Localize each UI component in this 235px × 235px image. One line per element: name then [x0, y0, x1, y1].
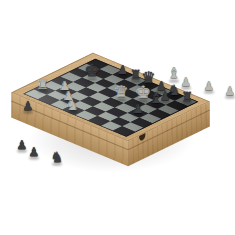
chess-piece-dark-rook-d8[interactable]: ♜ [130, 68, 142, 81]
chess-piece-light-bishop[interactable]: ♝ [167, 66, 180, 81]
chess-piece-dark-rook-h8[interactable]: ♜ [181, 90, 193, 103]
chess-piece-light-pawn[interactable]: ♟ [225, 85, 235, 97]
chess-piece-light-pawn[interactable]: ♟ [181, 76, 192, 88]
chess-piece-dark-pawn[interactable]: ♟ [17, 139, 28, 151]
chess-piece-dark-king-b6[interactable]: ♚ [84, 62, 99, 79]
chess-piece-light-rook-a2[interactable]: ♜ [37, 78, 49, 91]
chess-piece-dark-pawn-g4[interactable]: ♟ [133, 103, 144, 115]
chess-piece-light-pawn[interactable]: ♟ [204, 80, 215, 92]
chess-piece-dark-knight[interactable]: ♞ [51, 150, 64, 164]
chess-piece-dark-pawn[interactable]: ♟ [23, 100, 34, 112]
chess-piece-dark-pawn[interactable]: ♟ [29, 146, 40, 158]
chess-piece-light-knight-d1[interactable]: ♞ [66, 98, 79, 112]
chess-piece-dark-bishop-g6[interactable]: ♝ [149, 91, 162, 106]
chess-set-photo: ♟♜♛♟♞♜♟♚♝♟♛♚♟♜♟♞♟♟♟♞♝♟♟♟ [0, 0, 235, 235]
chess-piece-light-queen-e5[interactable]: ♛ [114, 84, 128, 100]
chess-piece-dark-pawn-c8[interactable]: ♟ [117, 64, 128, 76]
